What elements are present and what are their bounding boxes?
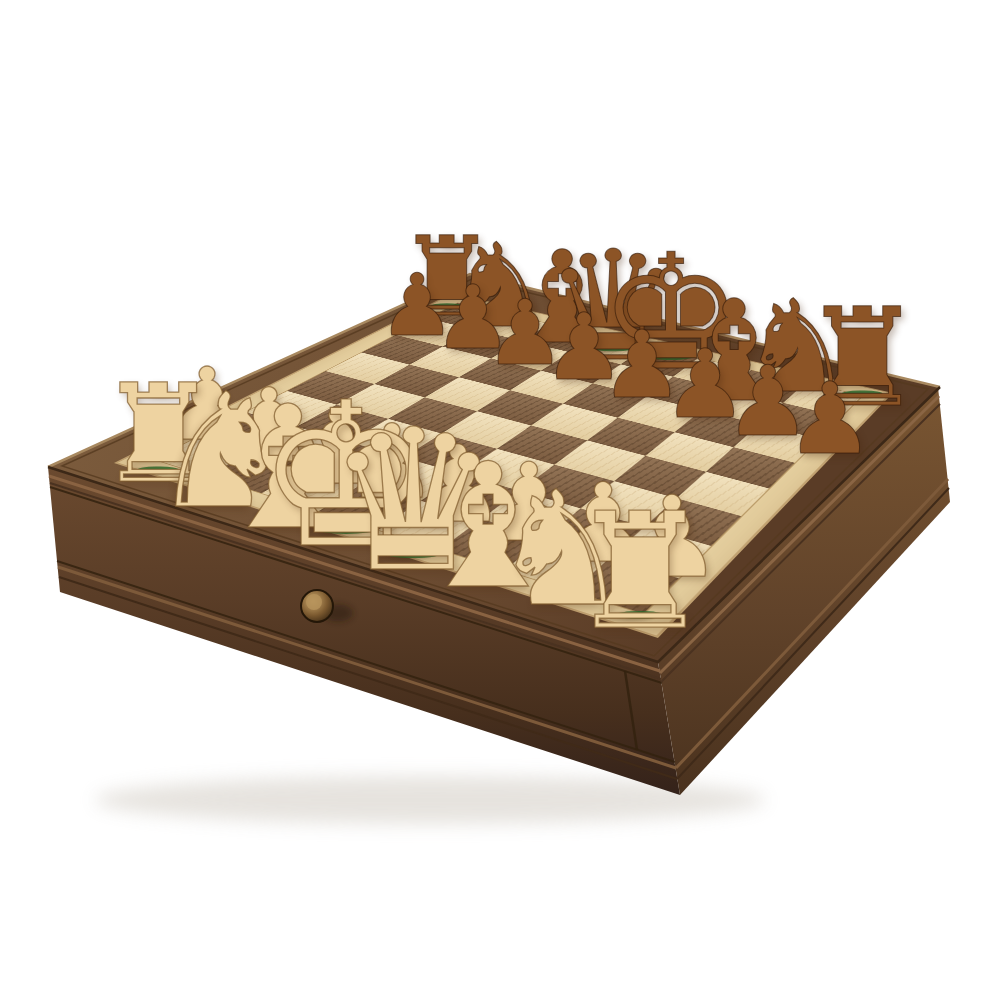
drawer-knob-face — [306, 594, 322, 610]
chess-set-product-photo: ♜♞♟♝♟♛♚♟♟♞♝♟♜♟♟♟♟♟♜♟♟♞♝♟♚♟♛♟♟♝♞♜ — [0, 0, 1000, 1000]
